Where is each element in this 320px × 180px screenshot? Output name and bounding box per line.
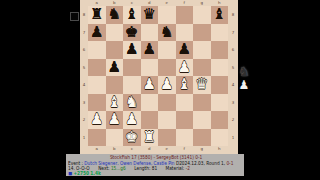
square-e2: [158, 111, 176, 129]
square-e8: [158, 6, 176, 24]
square-d1: ♜: [141, 129, 159, 147]
square-e1: [158, 129, 176, 147]
square-f2: [176, 111, 194, 129]
board-area: abcdefgh 87654321 ♜♞♝♛♝♟♚♞♟♟♟♟♟♟♟♝♛♝♞♟♟♟…: [80, 0, 238, 154]
square-g5: [193, 59, 211, 77]
chess-board: ♜♞♝♛♝♟♚♞♟♟♟♟♟♟♟♝♛♝♞♟♟♟♚♜: [88, 6, 228, 146]
square-g1: [193, 129, 211, 147]
square-e5: [158, 59, 176, 77]
file-label-f: f: [176, 146, 194, 152]
square-d8: ♛: [141, 6, 159, 24]
square-d7: [141, 24, 159, 42]
square-d3: [141, 94, 159, 112]
black-pawn: ♟: [108, 59, 121, 77]
white-rook: ♜: [143, 129, 156, 147]
square-f5: ♟: [176, 59, 194, 77]
square-g6: [193, 41, 211, 59]
rank-label-5: 5: [83, 65, 86, 70]
black-bishop: ♝: [125, 6, 138, 24]
square-c6: ♟: [123, 41, 141, 59]
white-pawn: ♟: [90, 111, 103, 129]
rank-label-5: 5: [232, 65, 235, 70]
event-opening-text: Dutch Siegener, Owen Defense, Castle Pin: [83, 161, 175, 166]
file-labels-bottom: abcdefgh: [88, 146, 228, 154]
white-king: ♚: [125, 129, 138, 147]
square-g2: [193, 111, 211, 129]
file-label-e: e: [158, 0, 176, 6]
event-label: Event :: [68, 161, 83, 166]
square-f3: [176, 94, 194, 112]
rank-label-4: 4: [83, 83, 86, 88]
square-b3: ♝: [106, 94, 124, 112]
rank-label-2: 2: [83, 118, 86, 123]
black-to-move-indicator: [70, 12, 79, 21]
white-pawn: ♟: [125, 111, 138, 129]
file-label-f: f: [176, 0, 194, 6]
rank-label-3: 3: [232, 100, 235, 105]
rank-label-2: 2: [232, 118, 235, 123]
white-pawn: ♟: [178, 59, 191, 77]
rank-label-3: 3: [83, 100, 86, 105]
square-e3: [158, 94, 176, 112]
square-h4: [211, 76, 229, 94]
square-g8: [193, 6, 211, 24]
square-f6: ♟: [176, 41, 194, 59]
black-queen: ♛: [143, 6, 156, 24]
square-h2: [211, 111, 229, 129]
square-c5: [123, 59, 141, 77]
square-e6: [158, 41, 176, 59]
white-queen: ♛: [195, 76, 208, 94]
rank-label-1: 1: [83, 135, 86, 140]
eval-value: +2750 1.4k: [72, 171, 101, 176]
square-a8: ♜: [88, 6, 106, 24]
square-a1: [88, 129, 106, 147]
square-d6: ♟: [141, 41, 159, 59]
white-bishop: ♝: [108, 94, 121, 112]
square-f4: ♝: [176, 76, 194, 94]
square-d2: [141, 111, 159, 129]
file-label-a: a: [88, 146, 106, 152]
square-c4: [123, 76, 141, 94]
square-h8: ♝: [211, 6, 229, 24]
file-label-e: e: [158, 146, 176, 152]
event-line: Event : Dutch Siegener, Owen Defense, Ca…: [68, 161, 244, 166]
black-knight: ♞: [108, 6, 121, 24]
captured-material-tray: ♞ ♟: [236, 64, 252, 92]
info-panel: StockFish 17 (3580) - SergeyBot (3141) 0…: [66, 154, 244, 176]
square-b7: [106, 24, 124, 42]
square-a7: ♟: [88, 24, 106, 42]
square-b2: ♟: [106, 111, 124, 129]
square-b6: [106, 41, 124, 59]
square-h5: [211, 59, 229, 77]
white-pawn: ♟: [143, 76, 156, 94]
black-rook: ♜: [90, 6, 103, 24]
square-b1: [106, 129, 124, 147]
square-a2: ♟: [88, 111, 106, 129]
black-pawn: ♟: [125, 41, 138, 59]
captured-black-knight-icon: ♞: [236, 64, 252, 79]
square-g3: [193, 94, 211, 112]
square-d5: [141, 59, 159, 77]
square-a5: [88, 59, 106, 77]
square-f8: [176, 6, 194, 24]
square-g4: ♛: [193, 76, 211, 94]
eval-line: ■ +2750 1.4k: [68, 171, 244, 176]
square-c8: ♝: [123, 6, 141, 24]
rank-label-6: 6: [83, 48, 86, 53]
rank-label-1: 1: [232, 135, 235, 140]
file-label-d: d: [141, 146, 159, 152]
file-label-g: g: [193, 146, 211, 152]
square-h7: [211, 24, 229, 42]
white-knight: ♞: [125, 94, 138, 112]
event-date-round: D2024.12.03, Round 1,: [175, 161, 226, 166]
rank-label-7: 7: [232, 30, 235, 35]
square-a4: [88, 76, 106, 94]
square-e7: ♞: [158, 24, 176, 42]
black-pawn: ♟: [143, 41, 156, 59]
white-pawn: ♟: [108, 111, 121, 129]
rank-label-4: 4: [232, 83, 235, 88]
video-frame: abcdefgh 87654321 ♜♞♝♛♝♟♚♞♟♟♟♟♟♟♟♝♛♝♞♟♟♟…: [0, 0, 320, 180]
white-pawn: ♟: [160, 76, 173, 94]
square-b5: ♟: [106, 59, 124, 77]
square-b8: ♞: [106, 6, 124, 24]
square-c3: ♞: [123, 94, 141, 112]
file-label-b: b: [106, 146, 124, 152]
rank-label-8: 8: [83, 13, 86, 18]
file-labels-bottom-row: abcdefgh: [88, 146, 228, 152]
square-f7: [176, 24, 194, 42]
rank-label-6: 6: [232, 48, 235, 53]
file-label-h: h: [211, 146, 229, 152]
square-h3: [211, 94, 229, 112]
file-label-c: c: [123, 146, 141, 152]
square-a3: [88, 94, 106, 112]
square-c2: ♟: [123, 111, 141, 129]
rank-label-7: 7: [83, 30, 86, 35]
square-h1: [211, 129, 229, 147]
captured-white-pawn-icon: ♟: [236, 79, 252, 92]
players-line: StockFish 17 (3580) - SergeyBot (3141) 0…: [68, 155, 244, 160]
event-result: 0-1: [225, 161, 233, 166]
square-e4: ♟: [158, 76, 176, 94]
rank-labels-left: 87654321: [80, 6, 88, 146]
black-knight: ♞: [160, 24, 173, 42]
black-pawn: ♟: [178, 41, 191, 59]
white-bishop: ♝: [178, 76, 191, 94]
black-king: ♚: [125, 24, 138, 42]
black-pawn: ♟: [90, 24, 103, 42]
square-a6: [88, 41, 106, 59]
square-d4: ♟: [141, 76, 159, 94]
square-h6: [211, 41, 229, 59]
file-label-g: g: [193, 0, 211, 6]
square-b4: [106, 76, 124, 94]
rank-labels-left-col: 87654321: [80, 6, 88, 146]
square-c7: ♚: [123, 24, 141, 42]
square-c1: ♚: [123, 129, 141, 147]
square-f1: [176, 129, 194, 147]
square-g7: [193, 24, 211, 42]
black-bishop: ♝: [213, 6, 226, 24]
rank-label-8: 8: [232, 13, 235, 18]
